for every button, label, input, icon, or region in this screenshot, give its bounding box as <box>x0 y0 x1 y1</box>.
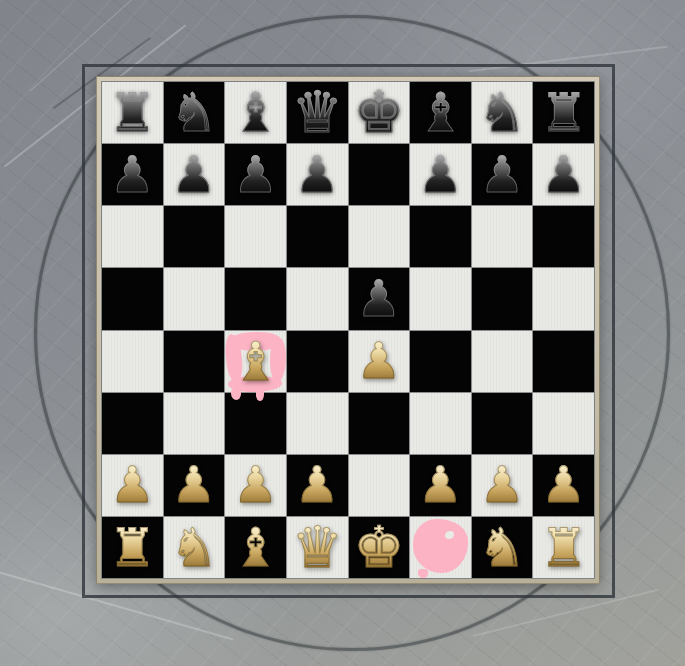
square-g6[interactable] <box>472 206 533 267</box>
square-e1[interactable]: ♚ <box>349 517 410 578</box>
square-h8[interactable]: ♜ <box>533 82 594 143</box>
square-h1[interactable]: ♜ <box>533 517 594 578</box>
square-a5[interactable] <box>102 268 163 329</box>
square-c2[interactable]: ♟ <box>225 455 286 516</box>
square-a4[interactable] <box>102 331 163 392</box>
square-d1[interactable]: ♛ <box>287 517 348 578</box>
square-h5[interactable] <box>533 268 594 329</box>
black-pawn[interactable]: ♟ <box>233 150 278 200</box>
white-queen[interactable]: ♛ <box>292 519 343 576</box>
square-h4[interactable] <box>533 331 594 392</box>
metal-background: ♜♞♝♛♚♝♞♜♟♟♟♟♟♟♟♟♝♟♟♟♟♟♟♟♟♜♞♝♛♚♞♜ <box>0 0 685 666</box>
white-bishop[interactable]: ♝ <box>232 335 280 388</box>
black-pawn[interactable]: ♟ <box>110 150 155 200</box>
white-king[interactable]: ♚ <box>353 519 404 576</box>
square-b2[interactable]: ♟ <box>164 455 225 516</box>
black-bishop[interactable]: ♝ <box>417 86 465 139</box>
white-knight[interactable]: ♞ <box>170 521 218 574</box>
square-d6[interactable] <box>287 206 348 267</box>
black-pawn[interactable]: ♟ <box>356 274 401 324</box>
black-queen[interactable]: ♛ <box>292 84 343 141</box>
white-pawn[interactable]: ♟ <box>418 460 463 510</box>
white-pawn[interactable]: ♟ <box>356 336 401 386</box>
square-g5[interactable] <box>472 268 533 329</box>
square-h6[interactable] <box>533 206 594 267</box>
square-c8[interactable]: ♝ <box>225 82 286 143</box>
square-e5[interactable]: ♟ <box>349 268 410 329</box>
white-pawn[interactable]: ♟ <box>233 460 278 510</box>
last-move-highlight-f1 <box>413 519 468 573</box>
square-f5[interactable] <box>410 268 471 329</box>
square-a6[interactable] <box>102 206 163 267</box>
square-b6[interactable] <box>164 206 225 267</box>
square-f1[interactable] <box>410 517 471 578</box>
square-d3[interactable] <box>287 393 348 454</box>
square-c5[interactable] <box>225 268 286 329</box>
black-pawn[interactable]: ♟ <box>172 150 217 200</box>
square-d8[interactable]: ♛ <box>287 82 348 143</box>
square-f2[interactable]: ♟ <box>410 455 471 516</box>
square-f4[interactable] <box>410 331 471 392</box>
board-frame: ♜♞♝♛♚♝♞♜♟♟♟♟♟♟♟♟♝♟♟♟♟♟♟♟♟♜♞♝♛♚♞♜ <box>96 76 600 584</box>
white-pawn[interactable]: ♟ <box>541 460 586 510</box>
white-rook[interactable]: ♜ <box>540 521 588 574</box>
square-d5[interactable] <box>287 268 348 329</box>
black-pawn[interactable]: ♟ <box>480 150 525 200</box>
square-d7[interactable]: ♟ <box>287 144 348 205</box>
black-king[interactable]: ♚ <box>353 84 404 141</box>
square-b8[interactable]: ♞ <box>164 82 225 143</box>
square-b4[interactable] <box>164 331 225 392</box>
square-c6[interactable] <box>225 206 286 267</box>
square-h3[interactable] <box>533 393 594 454</box>
square-g7[interactable]: ♟ <box>472 144 533 205</box>
square-g2[interactable]: ♟ <box>472 455 533 516</box>
black-pawn[interactable]: ♟ <box>418 150 463 200</box>
square-a2[interactable]: ♟ <box>102 455 163 516</box>
square-e4[interactable]: ♟ <box>349 331 410 392</box>
square-e6[interactable] <box>349 206 410 267</box>
black-bishop[interactable]: ♝ <box>232 86 280 139</box>
square-g8[interactable]: ♞ <box>472 82 533 143</box>
square-e8[interactable]: ♚ <box>349 82 410 143</box>
square-a1[interactable]: ♜ <box>102 517 163 578</box>
square-f8[interactable]: ♝ <box>410 82 471 143</box>
square-e2[interactable] <box>349 455 410 516</box>
black-knight[interactable]: ♞ <box>170 86 218 139</box>
square-b7[interactable]: ♟ <box>164 144 225 205</box>
square-a8[interactable]: ♜ <box>102 82 163 143</box>
square-c4[interactable]: ♝ <box>225 331 286 392</box>
square-g1[interactable]: ♞ <box>472 517 533 578</box>
chess-board: ♜♞♝♛♚♝♞♜♟♟♟♟♟♟♟♟♝♟♟♟♟♟♟♟♟♜♞♝♛♚♞♜ <box>101 81 595 579</box>
white-bishop[interactable]: ♝ <box>232 521 280 574</box>
square-b5[interactable] <box>164 268 225 329</box>
white-knight[interactable]: ♞ <box>478 521 526 574</box>
white-pawn[interactable]: ♟ <box>172 460 217 510</box>
square-d4[interactable] <box>287 331 348 392</box>
white-pawn[interactable]: ♟ <box>110 460 155 510</box>
square-g3[interactable] <box>472 393 533 454</box>
square-h2[interactable]: ♟ <box>533 455 594 516</box>
square-e3[interactable] <box>349 393 410 454</box>
square-f6[interactable] <box>410 206 471 267</box>
white-pawn[interactable]: ♟ <box>480 460 525 510</box>
black-pawn[interactable]: ♟ <box>541 150 586 200</box>
square-c7[interactable]: ♟ <box>225 144 286 205</box>
black-knight[interactable]: ♞ <box>478 86 526 139</box>
black-pawn[interactable]: ♟ <box>295 150 340 200</box>
square-f7[interactable]: ♟ <box>410 144 471 205</box>
square-c3[interactable] <box>225 393 286 454</box>
square-a7[interactable]: ♟ <box>102 144 163 205</box>
square-a3[interactable] <box>102 393 163 454</box>
square-b3[interactable] <box>164 393 225 454</box>
square-h7[interactable]: ♟ <box>533 144 594 205</box>
white-rook[interactable]: ♜ <box>109 521 157 574</box>
square-f3[interactable] <box>410 393 471 454</box>
square-d2[interactable]: ♟ <box>287 455 348 516</box>
square-e7[interactable] <box>349 144 410 205</box>
square-b1[interactable]: ♞ <box>164 517 225 578</box>
black-rook[interactable]: ♜ <box>540 86 588 139</box>
square-c1[interactable]: ♝ <box>225 517 286 578</box>
black-rook[interactable]: ♜ <box>109 86 157 139</box>
square-g4[interactable] <box>472 331 533 392</box>
white-pawn[interactable]: ♟ <box>295 460 340 510</box>
